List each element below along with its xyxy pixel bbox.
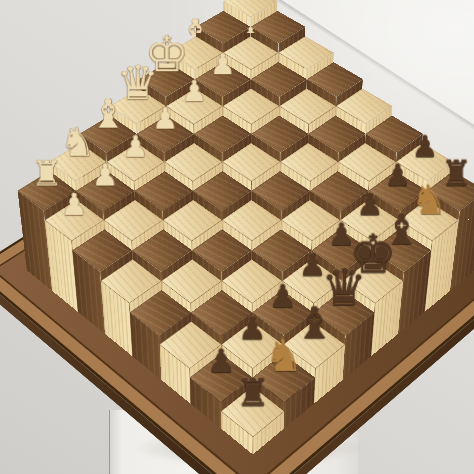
rook-glyph: ♜ — [236, 373, 270, 411]
board-perspective: ♜♞♝♛♚♝♞♜♟♟♟♟♟♟♟♟♟♟♟♟♟♟♟♟♜♞♝♛♚♝♞♜ — [0, 0, 474, 474]
chessboard-3d: ♜♞♝♛♚♝♞♜♟♟♟♟♟♟♟♟♟♟♟♟♟♟♟♟♜♞♝♛♚♝♞♜ — [25, 109, 474, 437]
pawn-glyph: ♟ — [61, 190, 88, 220]
photo-scene: ♜♞♝♛♚♝♞♜♟♟♟♟♟♟♟♟♟♟♟♟♟♟♟♟♜♞♝♛♚♝♞♜ — [0, 0, 474, 474]
square-a2[interactable]: ♟ — [45, 200, 104, 241]
